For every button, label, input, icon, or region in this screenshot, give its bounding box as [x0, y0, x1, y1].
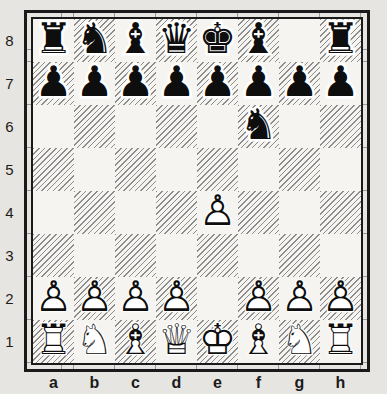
piece-black-bishop: ♝♝	[115, 19, 156, 62]
piece-glyph: ♞	[240, 104, 278, 146]
square-e8[interactable]: ♚♚	[197, 19, 238, 62]
piece-black-knight: ♞♞	[74, 19, 115, 62]
piece-halo: ♟︎	[117, 61, 155, 103]
rank-label-5: 5	[0, 148, 19, 191]
piece-halo: ♟︎	[199, 190, 237, 232]
piece-white-knight: ♞♘	[279, 320, 320, 363]
piece-glyph: ♟︎	[76, 61, 114, 103]
rank-label-7: 7	[0, 62, 19, 105]
square-c8[interactable]: ♝♝	[115, 19, 156, 62]
piece-halo: ♝	[240, 18, 278, 60]
piece-halo: ♛	[158, 18, 196, 60]
piece-white-king: ♚♔	[197, 320, 238, 363]
file-label-f: f	[238, 373, 279, 393]
piece-halo: ♜	[35, 18, 73, 60]
chess-board: ♜♜♞♞♝♝♛♛♚♚♝♝♜♜♟︎♟︎♟︎♟︎♟︎♟︎♟︎♟︎♟︎♟︎♟︎♟︎♟︎…	[31, 17, 363, 365]
square-a2[interactable]: ♟︎♙	[33, 277, 74, 320]
square-f3[interactable]	[238, 234, 279, 277]
piece-halo: ♚	[199, 18, 237, 60]
square-e7[interactable]: ♟︎♟︎	[197, 62, 238, 105]
piece-black-knight: ♞♞	[238, 105, 279, 148]
piece-halo: ♟︎	[322, 61, 360, 103]
file-labels: abcdefgh	[33, 373, 361, 393]
piece-glyph: ♟︎	[117, 61, 155, 103]
square-g7[interactable]: ♟︎♟︎	[279, 62, 320, 105]
piece-halo: ♟︎	[281, 276, 319, 318]
square-c1[interactable]: ♝♗	[115, 320, 156, 363]
piece-glyph: ♟︎	[35, 61, 73, 103]
square-e4[interactable]: ♟︎♙	[197, 191, 238, 234]
piece-black-pawn: ♟︎♟︎	[33, 62, 74, 105]
piece-black-pawn: ♟︎♟︎	[74, 62, 115, 105]
file-label-c: c	[115, 373, 156, 393]
piece-black-pawn: ♟︎♟︎	[197, 62, 238, 105]
piece-glyph: ♙	[322, 276, 360, 318]
file-label-b: b	[74, 373, 115, 393]
file-label-g: g	[279, 373, 320, 393]
piece-black-pawn: ♟︎♟︎	[115, 62, 156, 105]
square-h8[interactable]: ♜♜	[320, 19, 361, 62]
piece-white-pawn: ♟︎♙	[320, 277, 361, 320]
piece-halo: ♟︎	[158, 276, 196, 318]
piece-glyph: ♟︎	[281, 61, 319, 103]
piece-white-bishop: ♝♗	[115, 320, 156, 363]
piece-halo: ♝	[117, 319, 155, 361]
rank-label-8: 8	[0, 19, 19, 62]
piece-glyph: ♖	[322, 319, 360, 361]
piece-glyph: ♘	[281, 319, 319, 361]
square-a6[interactable]	[33, 105, 74, 148]
square-f8[interactable]: ♝♝	[238, 19, 279, 62]
square-b2[interactable]: ♟︎♙	[74, 277, 115, 320]
square-f4[interactable]	[238, 191, 279, 234]
square-d4[interactable]	[156, 191, 197, 234]
square-e5[interactable]	[197, 148, 238, 191]
piece-white-knight: ♞♘	[74, 320, 115, 363]
board-frame: ♜♜♞♞♝♝♛♛♚♚♝♝♜♜♟︎♟︎♟︎♟︎♟︎♟︎♟︎♟︎♟︎♟︎♟︎♟︎♟︎…	[24, 10, 370, 372]
square-f6[interactable]: ♞♞	[238, 105, 279, 148]
square-d7[interactable]: ♟︎♟︎	[156, 62, 197, 105]
square-f2[interactable]: ♟︎♙	[238, 277, 279, 320]
square-c5[interactable]	[115, 148, 156, 191]
piece-glyph: ♙	[35, 276, 73, 318]
square-b7[interactable]: ♟︎♟︎	[74, 62, 115, 105]
piece-halo: ♟︎	[76, 276, 114, 318]
piece-glyph: ♝	[240, 18, 278, 60]
piece-black-rook: ♜♜	[33, 19, 74, 62]
piece-black-pawn: ♟︎♟︎	[156, 62, 197, 105]
square-h1[interactable]: ♜♖	[320, 320, 361, 363]
piece-halo: ♜	[322, 319, 360, 361]
square-b3[interactable]	[74, 234, 115, 277]
square-d3[interactable]	[156, 234, 197, 277]
piece-white-pawn: ♟︎♙	[33, 277, 74, 320]
rank-label-2: 2	[0, 277, 19, 320]
piece-glyph: ♔	[199, 319, 237, 361]
piece-halo: ♟︎	[158, 61, 196, 103]
piece-white-pawn: ♟︎♙	[156, 277, 197, 320]
piece-glyph: ♙	[281, 276, 319, 318]
square-a8[interactable]: ♜♜	[33, 19, 74, 62]
square-g8[interactable]	[279, 19, 320, 62]
piece-black-rook: ♜♜	[320, 19, 361, 62]
square-c4[interactable]	[115, 191, 156, 234]
square-b6[interactable]	[74, 105, 115, 148]
piece-halo: ♟︎	[117, 276, 155, 318]
square-h6[interactable]	[320, 105, 361, 148]
file-label-e: e	[197, 373, 238, 393]
piece-white-pawn: ♟︎♙	[279, 277, 320, 320]
square-e3[interactable]	[197, 234, 238, 277]
file-label-h: h	[320, 373, 361, 393]
square-a7[interactable]: ♟︎♟︎	[33, 62, 74, 105]
piece-white-pawn: ♟︎♙	[197, 191, 238, 234]
piece-glyph: ♙	[199, 190, 237, 232]
piece-glyph: ♟︎	[322, 61, 360, 103]
piece-glyph: ♙	[240, 276, 278, 318]
square-b1[interactable]: ♞♘	[74, 320, 115, 363]
square-c7[interactable]: ♟︎♟︎	[115, 62, 156, 105]
piece-halo: ♝	[117, 18, 155, 60]
piece-halo: ♞	[240, 104, 278, 146]
piece-glyph: ♟︎	[199, 61, 237, 103]
piece-glyph: ♘	[76, 319, 114, 361]
piece-halo: ♟︎	[76, 61, 114, 103]
piece-halo: ♚	[199, 319, 237, 361]
piece-glyph: ♙	[158, 276, 196, 318]
rank-label-6: 6	[0, 105, 19, 148]
rank-label-4: 4	[0, 191, 19, 234]
rank-label-1: 1	[0, 320, 19, 363]
piece-glyph: ♞	[76, 18, 114, 60]
square-a3[interactable]	[33, 234, 74, 277]
rank-labels: 87654321	[0, 19, 19, 363]
piece-halo: ♜	[35, 319, 73, 361]
piece-halo: ♞	[76, 18, 114, 60]
piece-glyph: ♙	[117, 276, 155, 318]
square-a4[interactable]	[33, 191, 74, 234]
square-a5[interactable]	[33, 148, 74, 191]
square-e2[interactable]	[197, 277, 238, 320]
piece-white-pawn: ♟︎♙	[115, 277, 156, 320]
square-g5[interactable]	[279, 148, 320, 191]
piece-glyph: ♗	[117, 319, 155, 361]
piece-white-pawn: ♟︎♙	[238, 277, 279, 320]
piece-glyph: ♜	[35, 18, 73, 60]
square-f7[interactable]: ♟︎♟︎	[238, 62, 279, 105]
piece-white-rook: ♜♖	[33, 320, 74, 363]
square-g3[interactable]	[279, 234, 320, 277]
square-e1[interactable]: ♚♔	[197, 320, 238, 363]
piece-halo: ♞	[281, 319, 319, 361]
file-label-a: a	[33, 373, 74, 393]
square-c6[interactable]	[115, 105, 156, 148]
square-b4[interactable]	[74, 191, 115, 234]
chess-diagram: 87654321 ♜♜♞♞♝♝♛♛♚♚♝♝♜♜♟︎♟︎♟︎♟︎♟︎♟︎♟︎♟︎♟…	[0, 0, 387, 394]
piece-halo: ♟︎	[240, 276, 278, 318]
square-h5[interactable]	[320, 148, 361, 191]
square-h2[interactable]: ♟︎♙	[320, 277, 361, 320]
square-d2[interactable]: ♟︎♙	[156, 277, 197, 320]
piece-black-pawn: ♟︎♟︎	[279, 62, 320, 105]
file-label-d: d	[156, 373, 197, 393]
square-d6[interactable]	[156, 105, 197, 148]
piece-halo: ♟︎	[199, 61, 237, 103]
piece-white-rook: ♜♖	[320, 320, 361, 363]
piece-black-pawn: ♟︎♟︎	[320, 62, 361, 105]
square-g6[interactable]	[279, 105, 320, 148]
square-c2[interactable]: ♟︎♙	[115, 277, 156, 320]
piece-glyph: ♜	[322, 18, 360, 60]
piece-halo: ♝	[240, 319, 278, 361]
square-f1[interactable]: ♝♗	[238, 320, 279, 363]
square-d5[interactable]	[156, 148, 197, 191]
piece-halo: ♟︎	[240, 61, 278, 103]
square-b5[interactable]	[74, 148, 115, 191]
piece-halo: ♟︎	[35, 61, 73, 103]
rank-label-3: 3	[0, 234, 19, 277]
piece-black-king: ♚♚	[197, 19, 238, 62]
square-b8[interactable]: ♞♞	[74, 19, 115, 62]
square-a1[interactable]: ♜♖	[33, 320, 74, 363]
piece-black-bishop: ♝♝	[238, 19, 279, 62]
piece-halo: ♛	[158, 319, 196, 361]
piece-glyph: ♚	[199, 18, 237, 60]
piece-white-queen: ♛♕	[156, 320, 197, 363]
piece-black-queen: ♛♛	[156, 19, 197, 62]
piece-halo: ♞	[76, 319, 114, 361]
square-d1[interactable]: ♛♕	[156, 320, 197, 363]
piece-white-bishop: ♝♗	[238, 320, 279, 363]
piece-glyph: ♟︎	[240, 61, 278, 103]
square-c3[interactable]	[115, 234, 156, 277]
piece-white-pawn: ♟︎♙	[74, 277, 115, 320]
piece-black-pawn: ♟︎♟︎	[238, 62, 279, 105]
piece-glyph: ♟︎	[158, 61, 196, 103]
square-h4[interactable]	[320, 191, 361, 234]
square-f5[interactable]	[238, 148, 279, 191]
piece-halo: ♟︎	[281, 61, 319, 103]
square-d8[interactable]: ♛♛	[156, 19, 197, 62]
square-h7[interactable]: ♟︎♟︎	[320, 62, 361, 105]
square-g4[interactable]	[279, 191, 320, 234]
piece-glyph: ♙	[76, 276, 114, 318]
piece-halo: ♟︎	[322, 276, 360, 318]
piece-glyph: ♖	[35, 319, 73, 361]
piece-halo: ♟︎	[35, 276, 73, 318]
square-h3[interactable]	[320, 234, 361, 277]
square-g1[interactable]: ♞♘	[279, 320, 320, 363]
square-g2[interactable]: ♟︎♙	[279, 277, 320, 320]
square-e6[interactable]	[197, 105, 238, 148]
piece-glyph: ♝	[117, 18, 155, 60]
piece-glyph: ♗	[240, 319, 278, 361]
piece-glyph: ♛	[158, 18, 196, 60]
piece-glyph: ♕	[158, 319, 196, 361]
piece-halo: ♜	[322, 18, 360, 60]
